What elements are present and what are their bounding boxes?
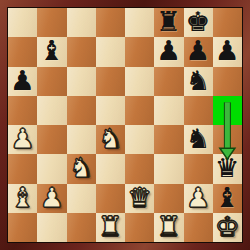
square-b5[interactable]: [37, 96, 66, 125]
square-b6[interactable]: [37, 67, 66, 96]
square-f4[interactable]: [154, 125, 183, 154]
square-e2[interactable]: ♛: [125, 184, 154, 213]
square-a4[interactable]: ♟: [8, 125, 37, 154]
square-h5[interactable]: [213, 96, 242, 125]
chess-board: ♜♚♝♟♟♟♟♞♟♞♞♞♛♝♟♛♟♝♜♜♚: [7, 7, 243, 243]
square-f8[interactable]: ♜: [154, 8, 183, 37]
square-c5[interactable]: [67, 96, 96, 125]
square-a1[interactable]: [8, 213, 37, 242]
square-g1[interactable]: [184, 213, 213, 242]
square-c1[interactable]: [67, 213, 96, 242]
piece-black-king[interactable]: ♚: [186, 8, 210, 35]
piece-black-bishop[interactable]: ♝: [215, 184, 239, 211]
square-e1[interactable]: [125, 213, 154, 242]
square-f7[interactable]: ♟: [154, 37, 183, 66]
piece-black-pawn[interactable]: ♟: [215, 37, 239, 64]
square-a8[interactable]: [8, 8, 37, 37]
square-f6[interactable]: [154, 67, 183, 96]
square-e4[interactable]: [125, 125, 154, 154]
piece-black-pawn[interactable]: ♟: [11, 67, 35, 94]
square-e5[interactable]: [125, 96, 154, 125]
square-b7[interactable]: ♝: [37, 37, 66, 66]
piece-white-pawn[interactable]: ♟: [186, 184, 210, 211]
piece-white-king[interactable]: ♚: [215, 213, 239, 240]
square-c2[interactable]: [67, 184, 96, 213]
square-e7[interactable]: [125, 37, 154, 66]
square-h3[interactable]: ♛: [213, 154, 242, 183]
square-f1[interactable]: ♜: [154, 213, 183, 242]
square-c7[interactable]: [67, 37, 96, 66]
square-f2[interactable]: [154, 184, 183, 213]
square-h4[interactable]: [213, 125, 242, 154]
square-d5[interactable]: [96, 96, 125, 125]
square-c4[interactable]: [67, 125, 96, 154]
square-g3[interactable]: [184, 154, 213, 183]
square-c3[interactable]: ♞: [67, 154, 96, 183]
square-d2[interactable]: [96, 184, 125, 213]
square-g5[interactable]: [184, 96, 213, 125]
square-a2[interactable]: ♝: [8, 184, 37, 213]
square-c6[interactable]: [67, 67, 96, 96]
piece-white-queen[interactable]: ♛: [128, 184, 152, 211]
square-g7[interactable]: ♟: [184, 37, 213, 66]
piece-black-queen[interactable]: ♛: [215, 154, 239, 181]
piece-black-rook[interactable]: ♜: [157, 8, 181, 35]
square-g8[interactable]: ♚: [184, 8, 213, 37]
square-d1[interactable]: ♜: [96, 213, 125, 242]
square-g2[interactable]: ♟: [184, 184, 213, 213]
square-e8[interactable]: [125, 8, 154, 37]
square-e6[interactable]: [125, 67, 154, 96]
piece-black-pawn[interactable]: ♟: [186, 37, 210, 64]
square-e3[interactable]: [125, 154, 154, 183]
square-b2[interactable]: ♟: [37, 184, 66, 213]
square-g4[interactable]: ♞: [184, 125, 213, 154]
square-c8[interactable]: [67, 8, 96, 37]
square-d6[interactable]: [96, 67, 125, 96]
square-h2[interactable]: ♝: [213, 184, 242, 213]
piece-white-bishop[interactable]: ♝: [11, 184, 35, 211]
square-h1[interactable]: ♚: [213, 213, 242, 242]
square-d7[interactable]: [96, 37, 125, 66]
board-frame: ♜♚♝♟♟♟♟♞♟♞♞♞♛♝♟♛♟♝♜♜♚: [0, 0, 250, 250]
square-h8[interactable]: [213, 8, 242, 37]
square-a5[interactable]: [8, 96, 37, 125]
piece-black-pawn[interactable]: ♟: [157, 37, 181, 64]
square-f5[interactable]: [154, 96, 183, 125]
square-b3[interactable]: [37, 154, 66, 183]
square-b1[interactable]: [37, 213, 66, 242]
square-b4[interactable]: [37, 125, 66, 154]
piece-white-rook[interactable]: ♜: [98, 213, 122, 240]
square-f3[interactable]: [154, 154, 183, 183]
piece-white-rook[interactable]: ♜: [157, 213, 181, 240]
piece-white-pawn[interactable]: ♟: [40, 184, 64, 211]
piece-white-pawn[interactable]: ♟: [11, 125, 35, 152]
square-b8[interactable]: [37, 8, 66, 37]
square-d3[interactable]: [96, 154, 125, 183]
square-d8[interactable]: [96, 8, 125, 37]
piece-black-bishop[interactable]: ♝: [40, 37, 64, 64]
square-d4[interactable]: ♞: [96, 125, 125, 154]
square-a6[interactable]: ♟: [8, 67, 37, 96]
piece-black-knight[interactable]: ♞: [186, 125, 210, 152]
piece-white-knight[interactable]: ♞: [69, 154, 93, 181]
square-a7[interactable]: [8, 37, 37, 66]
piece-white-knight[interactable]: ♞: [98, 125, 122, 152]
square-g6[interactable]: ♞: [184, 67, 213, 96]
square-a3[interactable]: [8, 154, 37, 183]
square-h6[interactable]: [213, 67, 242, 96]
square-h7[interactable]: ♟: [213, 37, 242, 66]
piece-black-knight[interactable]: ♞: [186, 67, 210, 94]
